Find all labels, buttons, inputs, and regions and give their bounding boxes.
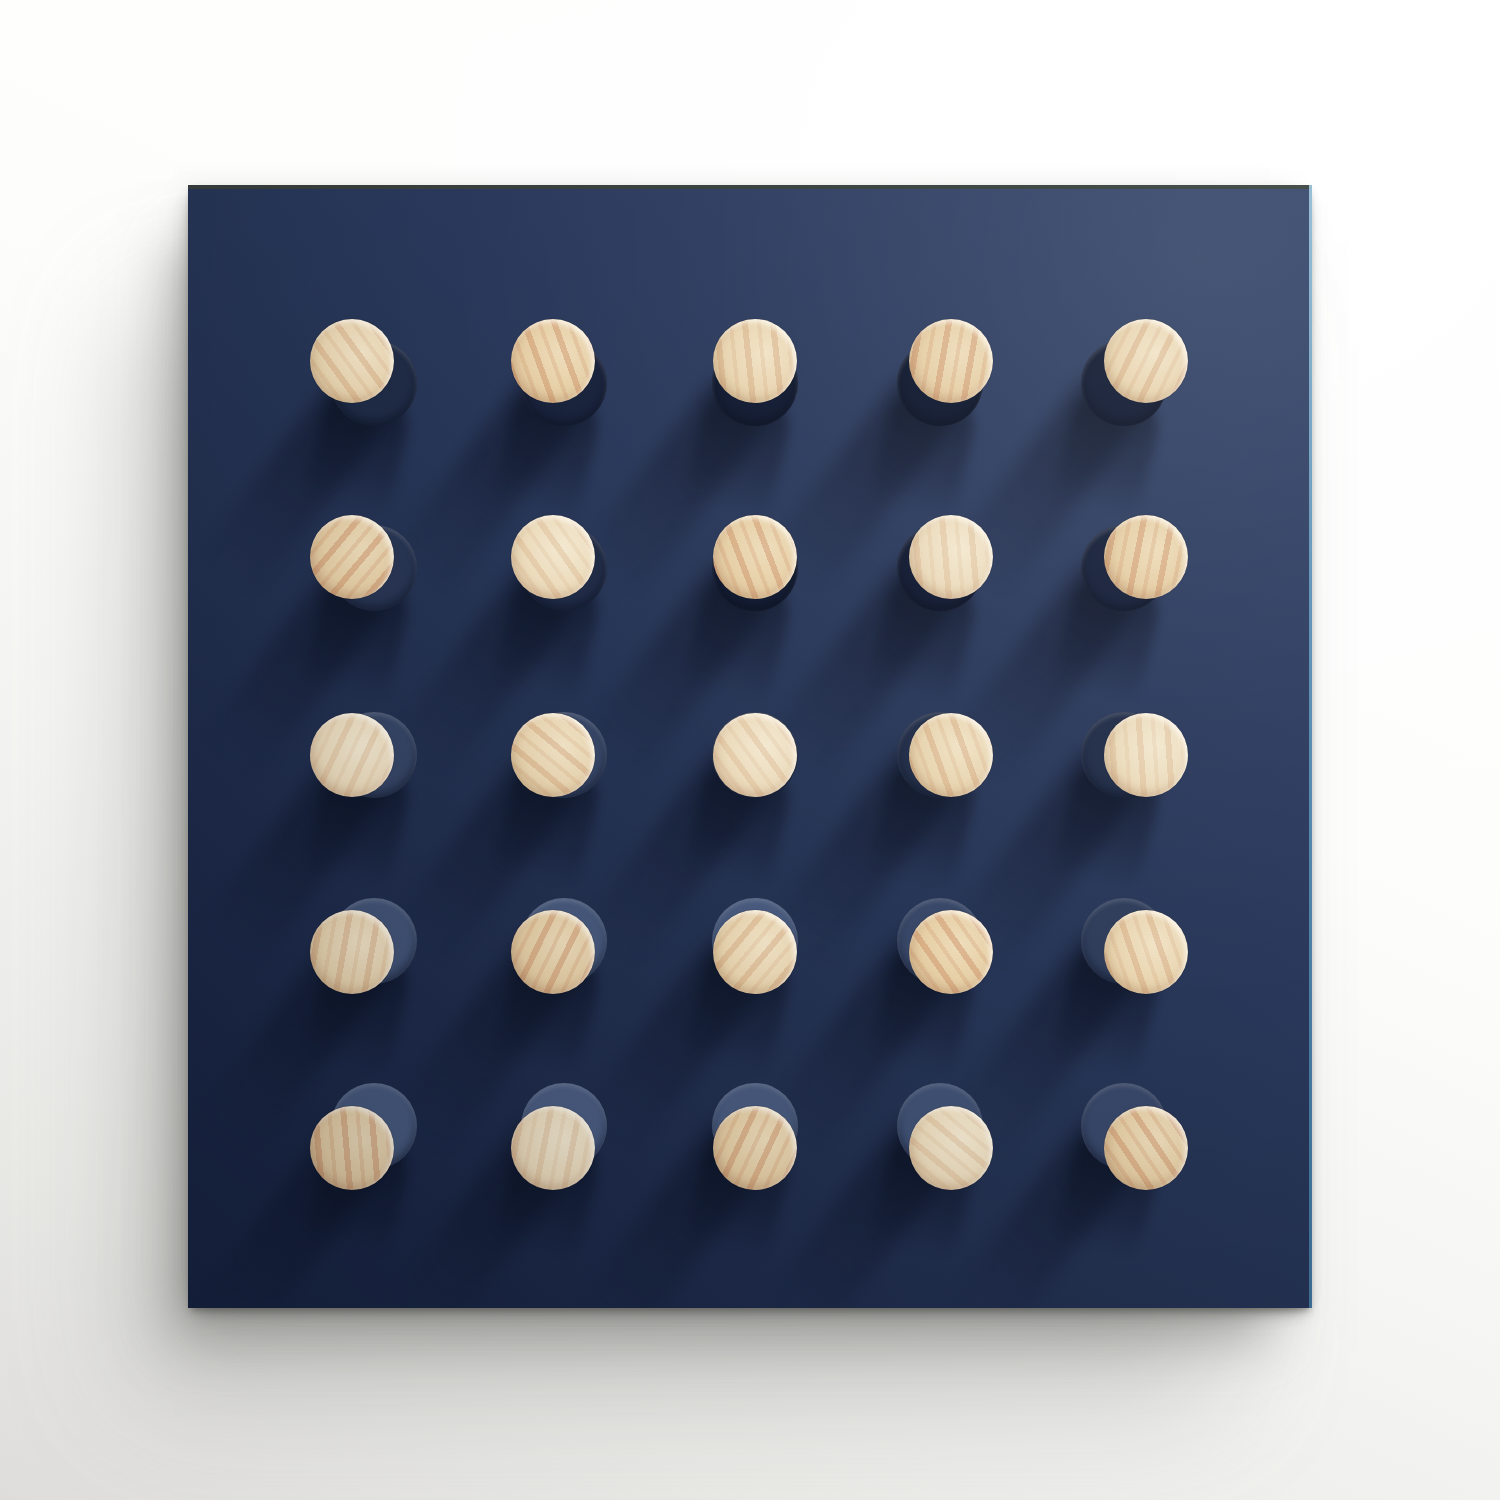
peg-face bbox=[511, 1106, 595, 1190]
peg-face bbox=[909, 910, 993, 994]
peg-r1c3[interactable] bbox=[713, 319, 797, 403]
peg-face bbox=[713, 515, 797, 599]
peg-r5c3[interactable] bbox=[713, 1106, 797, 1190]
peg-r1c1[interactable] bbox=[310, 319, 394, 403]
peg-board bbox=[188, 185, 1312, 1308]
peg-face bbox=[909, 1106, 993, 1190]
peg-r3c3[interactable] bbox=[713, 713, 797, 797]
peg-r3c1[interactable] bbox=[310, 713, 394, 797]
peg-r2c2[interactable] bbox=[511, 515, 595, 599]
peg-face bbox=[1104, 319, 1188, 403]
peg-layer bbox=[188, 185, 1312, 1308]
peg-r4c2[interactable] bbox=[511, 910, 595, 994]
peg-r4c4[interactable] bbox=[909, 910, 993, 994]
peg-r5c2[interactable] bbox=[511, 1106, 595, 1190]
peg-face bbox=[511, 910, 595, 994]
peg-r2c3[interactable] bbox=[713, 515, 797, 599]
peg-face bbox=[310, 713, 394, 797]
peg-r3c2[interactable] bbox=[511, 713, 595, 797]
wall-background bbox=[0, 0, 1500, 1500]
peg-face bbox=[909, 713, 993, 797]
peg-face bbox=[310, 515, 394, 599]
peg-r3c4[interactable] bbox=[909, 713, 993, 797]
peg-r4c3[interactable] bbox=[713, 910, 797, 994]
peg-face bbox=[511, 515, 595, 599]
peg-r3c5[interactable] bbox=[1104, 713, 1188, 797]
peg-r4c1[interactable] bbox=[310, 910, 394, 994]
peg-face bbox=[1104, 713, 1188, 797]
peg-face bbox=[310, 319, 394, 403]
peg-face bbox=[909, 319, 993, 403]
peg-r1c4[interactable] bbox=[909, 319, 993, 403]
peg-face bbox=[1104, 910, 1188, 994]
peg-face bbox=[909, 515, 993, 599]
peg-r5c1[interactable] bbox=[310, 1106, 394, 1190]
peg-face bbox=[713, 910, 797, 994]
peg-face bbox=[310, 910, 394, 994]
peg-r2c1[interactable] bbox=[310, 515, 394, 599]
peg-face bbox=[511, 319, 595, 403]
peg-face bbox=[511, 713, 595, 797]
board-right-edge-highlight bbox=[1309, 185, 1312, 1308]
peg-r5c4[interactable] bbox=[909, 1106, 993, 1190]
peg-r1c5[interactable] bbox=[1104, 319, 1188, 403]
peg-face bbox=[1104, 515, 1188, 599]
peg-face bbox=[310, 1106, 394, 1190]
peg-face bbox=[713, 713, 797, 797]
peg-face bbox=[713, 319, 797, 403]
peg-r1c2[interactable] bbox=[511, 319, 595, 403]
peg-face bbox=[1104, 1106, 1188, 1190]
peg-face bbox=[713, 1106, 797, 1190]
peg-r4c5[interactable] bbox=[1104, 910, 1188, 994]
peg-r2c5[interactable] bbox=[1104, 515, 1188, 599]
board-top-edge bbox=[188, 185, 1312, 189]
peg-r5c5[interactable] bbox=[1104, 1106, 1188, 1190]
peg-r2c4[interactable] bbox=[909, 515, 993, 599]
